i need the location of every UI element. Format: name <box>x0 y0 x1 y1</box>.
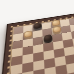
piece-top-face <box>33 22 42 29</box>
piece-top-face <box>51 19 60 26</box>
piece-top-face <box>52 26 61 33</box>
board-field <box>9 16 74 74</box>
board <box>0 11 74 74</box>
board-square <box>22 54 33 64</box>
board-square <box>69 18 74 26</box>
checkers-piece-light <box>24 32 33 40</box>
product-photo <box>0 0 74 74</box>
piece-top-face <box>43 34 52 42</box>
board-square <box>33 69 45 74</box>
piece-top-face <box>23 30 32 38</box>
